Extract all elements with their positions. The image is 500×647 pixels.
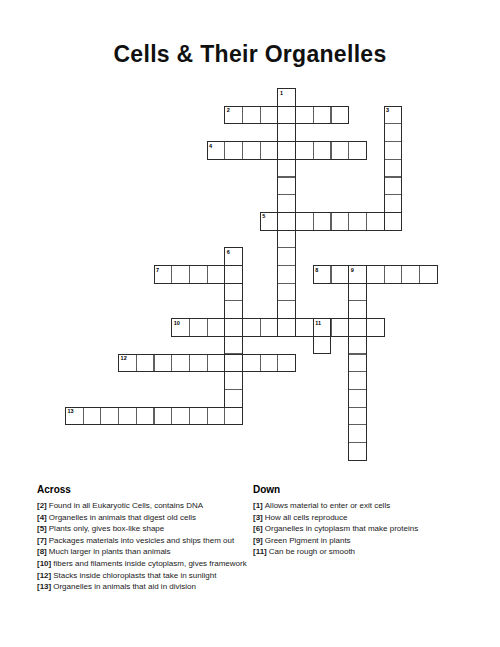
clue-text: Organelles in cytoplasm that make protei… xyxy=(265,524,418,533)
grid-cell-r13c17[interactable] xyxy=(366,318,385,337)
grid-cell-r10c16[interactable]: 9 xyxy=(348,265,367,284)
clue-number-label: [1] xyxy=(253,501,263,510)
clue-item: [4]Organelles in animals that digest old… xyxy=(37,512,247,524)
grid-cell-r1c15[interactable] xyxy=(331,106,350,125)
grid-cell-r2c12[interactable] xyxy=(277,123,296,142)
grid-cell-r13c11[interactable] xyxy=(260,318,279,337)
clue-text: Allows material to enter or exit cells xyxy=(265,501,390,510)
grid-cell-r7c18[interactable] xyxy=(384,212,403,231)
grid-cell-r10c6[interactable] xyxy=(171,265,190,284)
down-clues: Down [1]Allows material to enter or exit… xyxy=(253,484,418,558)
across-clue-list: [2]Found in all Eukaryotic Cells, contai… xyxy=(37,500,247,593)
grid-cell-r7c16[interactable] xyxy=(348,212,367,231)
grid-cell-r18c6[interactable] xyxy=(171,407,190,426)
grid-cell-r16c9[interactable] xyxy=(224,371,243,390)
grid-cell-r13c14[interactable]: 11 xyxy=(313,318,332,337)
grid-cell-r4c18[interactable] xyxy=(384,159,403,178)
grid-cell-r15c3[interactable]: 12 xyxy=(118,354,137,373)
clue-number-label: [5] xyxy=(37,524,47,533)
grid-cell-r7c15[interactable] xyxy=(331,212,350,231)
grid-cell-r11c12[interactable] xyxy=(277,283,296,302)
clue-item: [6]Organelles in cytoplasm that make pro… xyxy=(253,523,418,535)
grid-cell-r18c16[interactable] xyxy=(348,407,367,426)
grid-cell-r14c9[interactable] xyxy=(224,336,243,355)
grid-cell-r3c14[interactable] xyxy=(313,141,332,160)
clue-text: fibers and filaments inside cytoplasm, g… xyxy=(53,559,246,568)
grid-cell-r11c9[interactable] xyxy=(224,283,243,302)
grid-cell-r13c8[interactable] xyxy=(207,318,226,337)
clue-number-label: [11] xyxy=(253,547,267,556)
grid-cell-r10c12[interactable] xyxy=(277,265,296,284)
grid-cell-r1c13[interactable] xyxy=(295,106,314,125)
grid-cell-r15c12[interactable] xyxy=(277,354,296,373)
grid-cell-r14c16[interactable] xyxy=(348,336,367,355)
grid-cell-r6c12[interactable] xyxy=(277,194,296,213)
clue-number: 10 xyxy=(174,320,180,326)
clue-number: 4 xyxy=(209,143,212,149)
clue-item: [9]Green Pigment in plants xyxy=(253,535,418,547)
grid-cell-r15c16[interactable] xyxy=(348,354,367,373)
clue-item: [5]Plants only, gives box-like shape xyxy=(37,523,247,535)
grid-cell-r20c16[interactable] xyxy=(348,442,367,461)
grid-cell-r15c9[interactable] xyxy=(224,354,243,373)
down-header: Down xyxy=(253,484,418,495)
puzzle-title: Cells & Their Organelles xyxy=(0,41,500,68)
grid-cell-r18c4[interactable] xyxy=(136,407,155,426)
grid-cell-r9c9[interactable]: 6 xyxy=(224,247,243,266)
clue-text: How all cells reproduce xyxy=(265,513,348,522)
grid-cell-r18c2[interactable] xyxy=(100,407,119,426)
grid-cell-r15c4[interactable] xyxy=(136,354,155,373)
across-clues: Across [2]Found in all Eukaryotic Cells,… xyxy=(37,484,247,593)
clue-number-label: [10] xyxy=(37,559,51,568)
clue-item: [8]Much larger in plants than animals xyxy=(37,546,247,558)
clue-text: Found in all Eukaryotic Cells, contains … xyxy=(49,501,203,510)
grid-cell-r11c16[interactable] xyxy=(348,283,367,302)
clue-number-label: [4] xyxy=(37,513,47,522)
across-header: Across xyxy=(37,484,247,495)
grid-cell-r1c11[interactable] xyxy=(260,106,279,125)
grid-cell-r19c16[interactable] xyxy=(348,424,367,443)
grid-cell-r15c6[interactable] xyxy=(171,354,190,373)
clue-number: 5 xyxy=(262,213,265,219)
crossword-grid: 12345678910111213 xyxy=(65,88,439,462)
grid-cell-r3c13[interactable] xyxy=(295,141,314,160)
grid-cell-r12c9[interactable] xyxy=(224,300,243,319)
grid-cell-r16c16[interactable] xyxy=(348,371,367,390)
grid-cell-r3c11[interactable] xyxy=(260,141,279,160)
grid-cell-r15c5[interactable] xyxy=(154,354,173,373)
grid-cell-r10c8[interactable] xyxy=(207,265,226,284)
clue-number: 13 xyxy=(68,408,74,414)
clue-text: Green Pigment in plants xyxy=(265,536,351,545)
grid-cell-r18c9[interactable] xyxy=(224,407,243,426)
clue-number-label: [9] xyxy=(253,536,263,545)
grid-cell-r17c16[interactable] xyxy=(348,389,367,408)
grid-cell-r3c8[interactable]: 4 xyxy=(207,141,226,160)
page: Cells & Their Organelles 123456789101112… xyxy=(0,0,500,647)
grid-cell-r18c1[interactable] xyxy=(83,407,102,426)
down-clue-list: [1]Allows material to enter or exit cell… xyxy=(253,500,418,558)
grid-cell-r13c16[interactable] xyxy=(348,318,367,337)
grid-cell-r7c17[interactable] xyxy=(366,212,385,231)
grid-cell-r13c9[interactable] xyxy=(224,318,243,337)
clue-text: Much larger in plants than animals xyxy=(49,547,171,556)
grid-cell-r17c9[interactable] xyxy=(224,389,243,408)
clue-number: 2 xyxy=(227,107,230,113)
clue-number-label: [6] xyxy=(253,524,263,533)
grid-cell-r10c18[interactable] xyxy=(384,265,403,284)
grid-cell-r18c7[interactable] xyxy=(189,407,208,426)
clue-item: [1]Allows material to enter or exit cell… xyxy=(253,500,418,512)
grid-cell-r3c9[interactable] xyxy=(224,141,243,160)
clue-number-label: [8] xyxy=(37,547,47,556)
grid-cell-r4c12[interactable] xyxy=(277,159,296,178)
grid-cell-r15c11[interactable] xyxy=(260,354,279,373)
grid-cell-r1c12[interactable] xyxy=(277,106,296,125)
grid-cell-r13c7[interactable] xyxy=(189,318,208,337)
clue-number: 1 xyxy=(280,90,283,96)
clue-text: Organelles in animals that aid in divisi… xyxy=(53,582,196,591)
grid-cell-r13c10[interactable] xyxy=(242,318,261,337)
grid-cell-r3c15[interactable] xyxy=(331,141,350,160)
grid-cell-r5c18[interactable] xyxy=(384,177,403,196)
grid-cell-r0c12[interactable]: 1 xyxy=(277,88,296,107)
grid-cell-r10c15[interactable] xyxy=(331,265,350,284)
clue-number: 9 xyxy=(351,267,354,273)
clue-item: [11]Can be rough or smooth xyxy=(253,546,418,558)
clue-item: [10]fibers and filaments inside cytoplas… xyxy=(37,558,247,570)
clue-number: 3 xyxy=(386,107,389,113)
clue-text: Plants only, gives box-like shape xyxy=(49,524,164,533)
clue-item: [3]How all cells reproduce xyxy=(253,512,418,524)
grid-cell-r9c12[interactable] xyxy=(277,247,296,266)
grid-cell-r3c12[interactable] xyxy=(277,141,296,160)
clue-number: 11 xyxy=(315,320,321,326)
clue-text: Can be rough or smooth xyxy=(269,547,355,556)
grid-cell-r7c14[interactable] xyxy=(313,212,332,231)
clue-text: Stacks inside chloroplasts that take in … xyxy=(53,571,216,580)
clue-text: Packages materials into vesicles and shi… xyxy=(49,536,234,545)
grid-cell-r18c0[interactable]: 13 xyxy=(65,407,84,426)
grid-cell-r1c9[interactable]: 2 xyxy=(224,106,243,125)
grid-cell-r14c14[interactable] xyxy=(313,336,332,355)
grid-cell-r13c12[interactable] xyxy=(277,318,296,337)
grid-cell-r10c9[interactable] xyxy=(224,265,243,284)
grid-cell-r10c20[interactable] xyxy=(419,265,438,284)
grid-cell-r13c15[interactable] xyxy=(331,318,350,337)
clue-number: 8 xyxy=(315,267,318,273)
clue-number-label: [7] xyxy=(37,536,47,545)
clue-number-label: [13] xyxy=(37,582,51,591)
grid-cell-r1c18[interactable]: 3 xyxy=(384,106,403,125)
grid-cell-r15c10[interactable] xyxy=(242,354,261,373)
grid-cell-r18c5[interactable] xyxy=(154,407,173,426)
grid-cell-r5c12[interactable] xyxy=(277,177,296,196)
grid-cell-r15c7[interactable] xyxy=(189,354,208,373)
grid-cell-r7c13[interactable] xyxy=(295,212,314,231)
clue-number: 12 xyxy=(121,355,127,361)
grid-cell-r13c6[interactable]: 10 xyxy=(171,318,190,337)
grid-cell-r10c19[interactable] xyxy=(401,265,420,284)
grid-cell-r3c18[interactable] xyxy=(384,141,403,160)
grid-cell-r18c8[interactable] xyxy=(207,407,226,426)
clue-number: 6 xyxy=(227,249,230,255)
clue-number-label: [12] xyxy=(37,571,51,580)
grid-cell-r12c16[interactable] xyxy=(348,300,367,319)
grid-cell-r2c18[interactable] xyxy=(384,123,403,142)
grid-cell-r10c5[interactable]: 7 xyxy=(154,265,173,284)
grid-cell-r13c13[interactable] xyxy=(295,318,314,337)
clue-text: Organelles in animals that digest old ce… xyxy=(49,513,196,522)
clue-item: [7]Packages materials into vesicles and … xyxy=(37,535,247,547)
clue-item: [12]Stacks inside chloroplasts that take… xyxy=(37,570,247,582)
clue-number-label: [3] xyxy=(253,513,263,522)
grid-cell-r7c11[interactable]: 5 xyxy=(260,212,279,231)
grid-cell-r12c12[interactable] xyxy=(277,300,296,319)
grid-cell-r1c14[interactable] xyxy=(313,106,332,125)
grid-cell-r15c8[interactable] xyxy=(207,354,226,373)
grid-cell-r18c3[interactable] xyxy=(118,407,137,426)
clue-number: 7 xyxy=(156,267,159,273)
grid-cell-r1c10[interactable] xyxy=(242,106,261,125)
grid-cell-r7c12[interactable] xyxy=(277,212,296,231)
grid-cell-r10c7[interactable] xyxy=(189,265,208,284)
grid-cell-r3c10[interactable] xyxy=(242,141,261,160)
grid-cell-r3c16[interactable] xyxy=(348,141,367,160)
grid-cell-r6c18[interactable] xyxy=(384,194,403,213)
clue-item: [13]Organelles in animals that aid in di… xyxy=(37,581,247,593)
grid-cell-r8c12[interactable] xyxy=(277,230,296,249)
grid-cell-r10c14[interactable]: 8 xyxy=(313,265,332,284)
grid-cell-r10c17[interactable] xyxy=(366,265,385,284)
clue-number-label: [2] xyxy=(37,501,47,510)
clue-item: [2]Found in all Eukaryotic Cells, contai… xyxy=(37,500,247,512)
